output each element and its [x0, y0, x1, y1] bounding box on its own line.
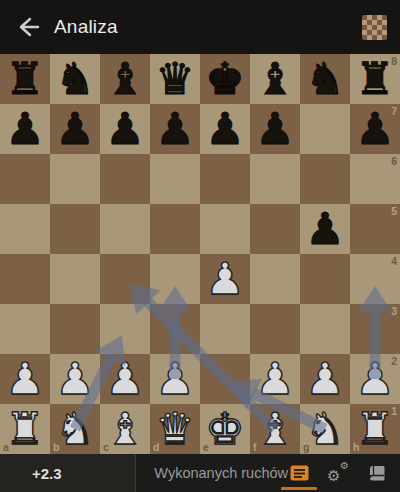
file-label-b: b [53, 442, 59, 452]
white-rook-h1[interactable]: ♜ [350, 404, 400, 454]
black-pawn-f7[interactable]: ♟ [250, 104, 300, 154]
rank-label-2: 2 [391, 356, 397, 366]
white-pawn-e4[interactable]: ♟ [200, 254, 250, 304]
file-label-e: e [203, 442, 209, 452]
opening-book-icon [368, 465, 387, 482]
square-c5[interactable] [100, 204, 150, 254]
square-d5[interactable] [150, 204, 200, 254]
white-pawn-c2[interactable]: ♟ [100, 354, 150, 404]
white-pawn-h2[interactable]: ♟ [350, 354, 400, 404]
square-c2[interactable]: ♟ [100, 354, 150, 404]
bottom-bar-icons: ⚙ ⚙ [288, 463, 400, 483]
square-d3[interactable] [150, 304, 200, 354]
square-c3[interactable] [100, 304, 150, 354]
arrow-left-icon [15, 14, 41, 40]
black-queen-d8[interactable]: ♛ [150, 54, 200, 104]
chessboard-icon [362, 15, 387, 40]
black-rook-a8[interactable]: ♜ [0, 54, 50, 104]
rank-label-6: 6 [391, 156, 397, 166]
active-tab-underline [281, 487, 317, 490]
square-f5[interactable] [250, 204, 300, 254]
black-bishop-f8[interactable]: ♝ [250, 54, 300, 104]
square-a3[interactable] [0, 304, 50, 354]
square-e8[interactable]: ♚ [200, 54, 250, 104]
file-label-a: a [3, 442, 9, 452]
square-h6[interactable]: 6 [350, 154, 400, 204]
white-pawn-b2[interactable]: ♟ [50, 354, 100, 404]
square-d2[interactable]: ♟ [150, 354, 200, 404]
square-d6[interactable] [150, 154, 200, 204]
black-pawn-e7[interactable]: ♟ [200, 104, 250, 154]
square-b7[interactable]: ♟ [50, 104, 100, 154]
square-h7[interactable]: 7♟ [350, 104, 400, 154]
square-c1[interactable]: c♝ [100, 404, 150, 454]
white-king-e1[interactable]: ♚ [200, 404, 250, 454]
black-bishop-c8[interactable]: ♝ [100, 54, 150, 104]
black-king-e8[interactable]: ♚ [200, 54, 250, 104]
rank-label-1: 1 [391, 406, 397, 416]
board: ♜♞♝♛♚♝♞8♜♟♟♟♟♟♟7♟6♟5♟43♟♟♟♟♟♟2♟a♜b♞c♝d♛e… [0, 54, 400, 454]
square-g7[interactable] [300, 104, 350, 154]
square-f3[interactable] [250, 304, 300, 354]
square-b1[interactable]: b♞ [50, 404, 100, 454]
square-e5[interactable] [200, 204, 250, 254]
square-a4[interactable] [0, 254, 50, 304]
rank-label-4: 4 [391, 256, 397, 266]
white-rook-a1[interactable]: ♜ [0, 404, 50, 454]
square-f6[interactable] [250, 154, 300, 204]
white-pawn-d2[interactable]: ♟ [150, 354, 200, 404]
black-pawn-c7[interactable]: ♟ [100, 104, 150, 154]
board-menu-button[interactable] [361, 14, 388, 41]
black-pawn-a7[interactable]: ♟ [0, 104, 50, 154]
square-g3[interactable] [300, 304, 350, 354]
moves-list-icon [290, 465, 309, 481]
square-h1[interactable]: 1h♜ [350, 404, 400, 454]
back-button[interactable] [12, 11, 44, 43]
engine-settings-button[interactable]: ⚙ ⚙ [327, 463, 349, 483]
white-pawn-a2[interactable]: ♟ [0, 354, 50, 404]
opening-book-button[interactable] [366, 463, 388, 483]
white-knight-b1[interactable]: ♞ [50, 404, 100, 454]
rank-label-5: 5 [391, 206, 397, 216]
square-b8[interactable]: ♞ [50, 54, 100, 104]
gear-icon: ⚙ [327, 467, 340, 485]
square-h4[interactable]: 4 [350, 254, 400, 304]
analysis-screen: Analiza ♜♞♝♛♚♝♞8♜♟♟♟♟♟♟7♟6♟5♟43♟♟♟♟♟♟2♟a… [0, 0, 400, 492]
bottom-bar: +2.3 Wykonanych ruchów ⚙ ⚙ [0, 454, 400, 492]
square-a2[interactable]: ♟ [0, 354, 50, 404]
square-f8[interactable]: ♝ [250, 54, 300, 104]
file-label-f: f [253, 442, 257, 452]
file-label-d: d [153, 442, 159, 452]
file-label-c: c [103, 442, 109, 452]
square-h2[interactable]: 2♟ [350, 354, 400, 404]
rank-label-7: 7 [391, 106, 397, 116]
black-rook-h8[interactable]: ♜ [350, 54, 400, 104]
tab-moves-list[interactable] [288, 463, 310, 483]
white-bishop-c1[interactable]: ♝ [100, 404, 150, 454]
square-e3[interactable] [200, 304, 250, 354]
square-d8[interactable]: ♛ [150, 54, 200, 104]
square-b6[interactable] [50, 154, 100, 204]
square-g5[interactable]: ♟ [300, 204, 350, 254]
gear-icon: ⚙ [340, 460, 349, 471]
square-g2[interactable]: ♟ [300, 354, 350, 404]
square-c8[interactable]: ♝ [100, 54, 150, 104]
square-a6[interactable] [0, 154, 50, 204]
square-c7[interactable]: ♟ [100, 104, 150, 154]
evaluation-box: +2.3 [0, 454, 136, 492]
square-d7[interactable]: ♟ [150, 104, 200, 154]
square-a5[interactable] [0, 204, 50, 254]
square-b4[interactable] [50, 254, 100, 304]
black-knight-b8[interactable]: ♞ [50, 54, 100, 104]
engine-settings-icon: ⚙ ⚙ [327, 463, 349, 483]
square-d1[interactable]: d♛ [150, 404, 200, 454]
file-label-h: h [353, 442, 359, 452]
board-area: ♜♞♝♛♚♝♞8♜♟♟♟♟♟♟7♟6♟5♟43♟♟♟♟♟♟2♟a♜b♞c♝d♛e… [0, 54, 400, 454]
square-e4[interactable]: ♟ [200, 254, 250, 304]
square-a7[interactable]: ♟ [0, 104, 50, 154]
file-label-g: g [303, 442, 309, 452]
top-app-bar: Analiza [0, 0, 400, 54]
black-pawn-d7[interactable]: ♟ [150, 104, 200, 154]
square-e1[interactable]: e♚ [200, 404, 250, 454]
white-knight-g1[interactable]: ♞ [300, 404, 350, 454]
square-g6[interactable] [300, 154, 350, 204]
square-e6[interactable] [200, 154, 250, 204]
white-bishop-f1[interactable]: ♝ [250, 404, 300, 454]
square-f4[interactable] [250, 254, 300, 304]
status-text: Wykonanych ruchów [154, 465, 288, 481]
square-e2[interactable] [200, 354, 250, 404]
square-g8[interactable]: ♞ [300, 54, 350, 104]
square-b5[interactable] [50, 204, 100, 254]
black-pawn-h7[interactable]: ♟ [350, 104, 400, 154]
evaluation-value: +2.3 [32, 465, 62, 482]
square-h8[interactable]: 8♜ [350, 54, 400, 104]
square-b2[interactable]: ♟ [50, 354, 100, 404]
square-e7[interactable]: ♟ [200, 104, 250, 154]
white-pawn-g2[interactable]: ♟ [300, 354, 350, 404]
rank-label-3: 3 [391, 306, 397, 316]
black-pawn-b7[interactable]: ♟ [50, 104, 100, 154]
square-b3[interactable] [50, 304, 100, 354]
square-g4[interactable] [300, 254, 350, 304]
square-h3[interactable]: 3 [350, 304, 400, 354]
white-pawn-f2[interactable]: ♟ [250, 354, 300, 404]
square-c6[interactable] [100, 154, 150, 204]
page-title: Analiza [54, 16, 118, 38]
square-d4[interactable] [150, 254, 200, 304]
square-f1[interactable]: f♝ [250, 404, 300, 454]
black-knight-g8[interactable]: ♞ [300, 54, 350, 104]
square-f7[interactable]: ♟ [250, 104, 300, 154]
square-h5[interactable]: 5 [350, 204, 400, 254]
square-a8[interactable]: ♜ [0, 54, 50, 104]
square-g1[interactable]: g♞ [300, 404, 350, 454]
square-f2[interactable]: ♟ [250, 354, 300, 404]
black-pawn-g5[interactable]: ♟ [300, 204, 350, 254]
square-a1[interactable]: a♜ [0, 404, 50, 454]
white-queen-d1[interactable]: ♛ [150, 404, 200, 454]
rank-label-8: 8 [391, 56, 397, 66]
square-c4[interactable] [100, 254, 150, 304]
